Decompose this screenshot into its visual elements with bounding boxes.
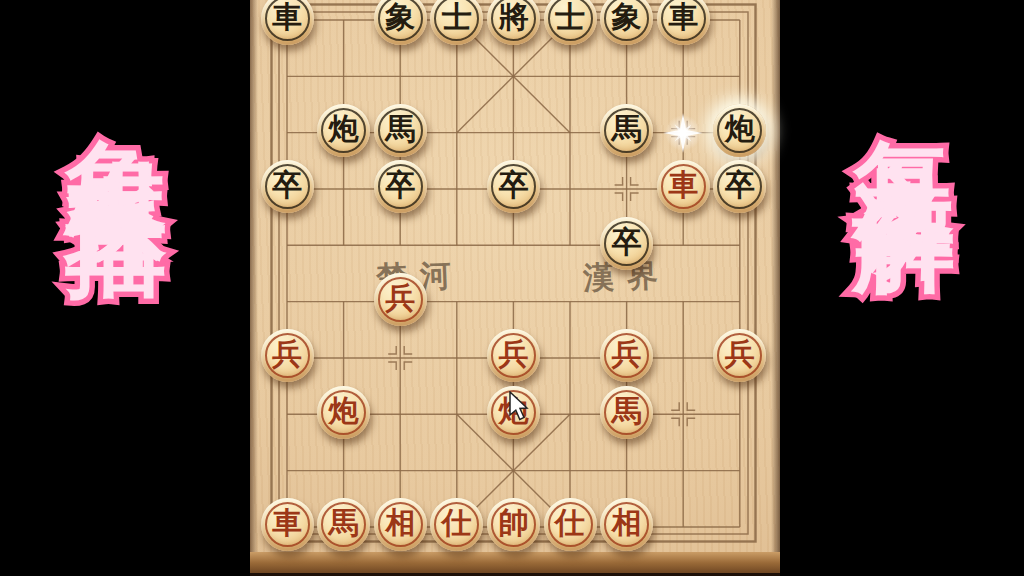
piece-glyph: 帥 bbox=[498, 503, 528, 544]
piece-black-soldier[interactable]: 卒 bbox=[374, 160, 427, 213]
piece-glyph: 車 bbox=[272, 503, 302, 544]
piece-red-horse[interactable]: 馬 bbox=[600, 386, 653, 439]
piece-red-general[interactable]: 帥 bbox=[487, 498, 540, 551]
piece-glyph: 馬 bbox=[329, 503, 359, 544]
piece-red-chariot[interactable]: 車 bbox=[261, 498, 314, 551]
piece-glyph: 兵 bbox=[612, 334, 642, 375]
piece-glyph: 炮 bbox=[498, 391, 528, 432]
piece-red-cannon[interactable]: 炮 bbox=[317, 386, 370, 439]
piece-glyph: 相 bbox=[385, 503, 415, 544]
board-right-edge bbox=[771, 0, 780, 576]
piece-glyph: 馬 bbox=[612, 109, 642, 150]
piece-glyph: 兵 bbox=[272, 334, 302, 375]
piece-glyph: 炮 bbox=[329, 391, 359, 432]
piece-glyph: 兵 bbox=[385, 278, 415, 319]
piece-red-chariot[interactable]: 車 bbox=[657, 160, 710, 213]
piece-red-soldier[interactable]: 兵 bbox=[374, 273, 427, 326]
piece-red-advisor[interactable]: 仕 bbox=[544, 498, 597, 551]
piece-glyph: 卒 bbox=[272, 165, 302, 206]
piece-black-soldier[interactable]: 卒 bbox=[261, 160, 314, 213]
banner-right: 复盘讲解 复盘讲解 bbox=[817, 0, 993, 576]
piece-glyph: 車 bbox=[272, 0, 302, 38]
xiangqi-board[interactable]: 楚河 漢界 車象士將士象車炮馬馬炮卒卒卒車卒卒兵兵兵兵兵炮炮馬車馬相仕帥仕相 bbox=[250, 0, 780, 576]
piece-black-horse[interactable]: 馬 bbox=[600, 104, 653, 157]
piece-glyph: 象 bbox=[385, 0, 415, 38]
piece-red-soldier[interactable]: 兵 bbox=[487, 329, 540, 382]
piece-glyph: 仕 bbox=[555, 503, 585, 544]
piece-glyph: 象 bbox=[612, 0, 642, 38]
piece-red-soldier[interactable]: 兵 bbox=[261, 329, 314, 382]
piece-glyph: 車 bbox=[668, 165, 698, 206]
piece-glyph: 炮 bbox=[329, 109, 359, 150]
piece-glyph: 兵 bbox=[725, 334, 755, 375]
piece-black-soldier[interactable]: 卒 bbox=[600, 217, 653, 270]
piece-glyph: 車 bbox=[668, 0, 698, 38]
piece-black-horse[interactable]: 馬 bbox=[374, 104, 427, 157]
piece-glyph: 卒 bbox=[612, 222, 642, 263]
piece-black-soldier[interactable]: 卒 bbox=[487, 160, 540, 213]
piece-red-elephant[interactable]: 相 bbox=[374, 498, 427, 551]
banner-left: 象棋直播 象棋直播 bbox=[29, 0, 205, 576]
piece-glyph: 士 bbox=[555, 0, 585, 38]
piece-glyph: 炮 bbox=[725, 109, 755, 150]
piece-glyph: 卒 bbox=[498, 165, 528, 206]
piece-glyph: 士 bbox=[442, 0, 472, 38]
piece-glyph: 卒 bbox=[385, 165, 415, 206]
piece-red-cannon[interactable]: 炮 bbox=[487, 386, 540, 439]
banner-right-text: 复盘讲解 bbox=[817, 0, 993, 576]
board-grid-lines bbox=[250, 0, 780, 576]
board-left-edge bbox=[250, 0, 258, 576]
stream-frame: { "game": "xiangqi", "banners": { "left"… bbox=[0, 0, 1024, 576]
piece-glyph: 卒 bbox=[725, 165, 755, 206]
piece-glyph: 兵 bbox=[498, 334, 528, 375]
piece-glyph: 馬 bbox=[612, 391, 642, 432]
piece-glyph: 仕 bbox=[442, 503, 472, 544]
piece-glyph: 馬 bbox=[385, 109, 415, 150]
piece-black-advisor[interactable]: 士 bbox=[544, 0, 597, 45]
piece-glyph: 將 bbox=[498, 0, 528, 38]
banner-left-text: 象棋直播 bbox=[29, 0, 205, 576]
piece-glyph: 相 bbox=[612, 503, 642, 544]
piece-black-cannon[interactable]: 炮 bbox=[317, 104, 370, 157]
piece-black-chariot[interactable]: 車 bbox=[261, 0, 314, 45]
